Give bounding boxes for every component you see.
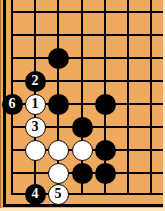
stone-white-c4-r7 — [72, 140, 93, 161]
move-number-label: 3 — [32, 120, 39, 134]
stone-black-c5-r5 — [95, 94, 116, 115]
stone-white-move-3: 3 — [25, 117, 46, 138]
stone-black-c5-r7 — [95, 140, 116, 161]
grid-vertical-line-7 — [150, 0, 152, 195]
move-number-label: 5 — [55, 187, 62, 201]
bevel-bottom — [0, 208, 165, 211]
bevel-right — [163, 0, 165, 211]
bevel-left — [0, 0, 1, 208]
move-number-label: 6 — [9, 97, 16, 111]
grid-horizontal-line-1 — [11, 11, 163, 13]
move-number-label: 1 — [32, 97, 39, 111]
stone-black-c5-r8 — [95, 163, 116, 184]
stone-white-c3-r8 — [48, 163, 69, 184]
move-number-label: 4 — [32, 187, 39, 201]
stone-black-c4-r8 — [72, 163, 93, 184]
move-number-label: 2 — [32, 74, 39, 88]
stone-white-c2-r7 — [25, 140, 46, 161]
stone-white-c3-r7 — [48, 140, 69, 161]
board-bottom-edge-line — [3, 204, 163, 207]
grid-horizontal-line-2 — [11, 34, 163, 36]
stone-black-c4-r6 — [72, 117, 93, 138]
stone-black-move-6: 6 — [2, 94, 23, 115]
grid-vertical-line-6 — [127, 0, 129, 195]
stone-white-move-5: 5 — [48, 184, 69, 205]
stone-black-move-2: 2 — [25, 71, 46, 92]
stone-black-c3-r3 — [48, 48, 69, 69]
stone-black-c3-r5 — [48, 94, 69, 115]
go-board-diagram: 261345 — [0, 0, 165, 211]
stone-black-move-4: 4 — [25, 184, 46, 205]
grid-horizontal-line-3 — [11, 57, 163, 59]
stone-white-move-1: 1 — [25, 94, 46, 115]
